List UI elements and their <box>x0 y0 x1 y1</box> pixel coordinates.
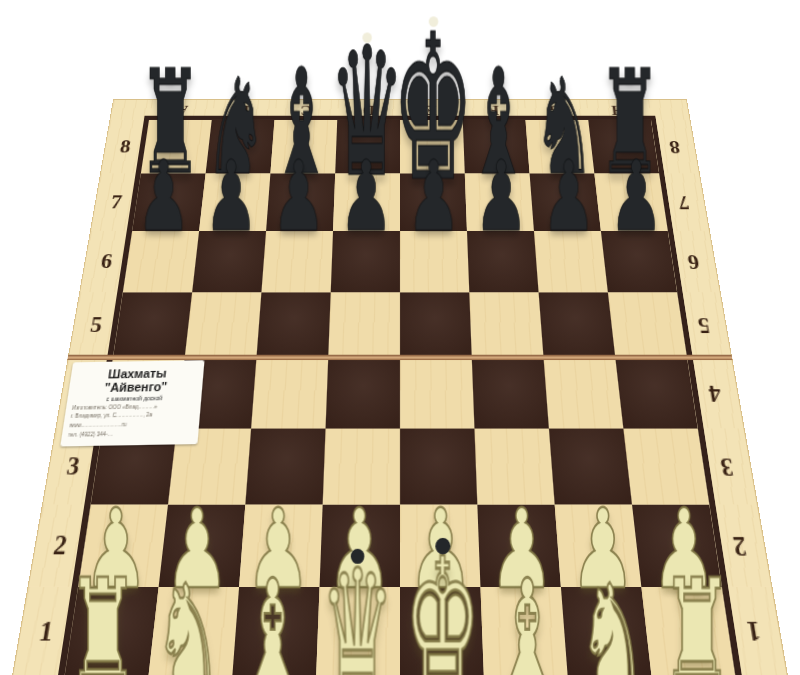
coordinate-label: 8 <box>668 136 682 156</box>
square-f5[interactable] <box>469 292 543 358</box>
piece-glyph: ♟ <box>136 148 191 246</box>
black-pawn-h7[interactable]: ♟ <box>609 184 664 245</box>
coordinate-label: 4 <box>707 380 723 406</box>
black-pawn-f7[interactable]: ♟ <box>474 184 529 245</box>
finial-tip <box>428 16 438 27</box>
finial-tip <box>435 538 450 554</box>
sticker-fine-print-line: тел. (4922) 344-… <box>67 430 192 440</box>
piece-glyph: ♟ <box>541 148 596 246</box>
piece-glyph: ♟ <box>474 148 529 246</box>
coordinate-label: 1 <box>744 614 763 647</box>
square-b5[interactable] <box>185 292 262 358</box>
piece-glyph: ♟ <box>609 148 664 246</box>
square-d4[interactable] <box>326 358 400 429</box>
square-c4[interactable] <box>251 358 328 429</box>
piece-glyph: ♝ <box>494 563 560 675</box>
white-bishop-c1[interactable]: ♝ <box>240 629 306 675</box>
sticker-fine-print-line: г. Владимир, ул. С……………, 2а <box>70 411 194 420</box>
piece-glyph: ♟ <box>406 148 461 246</box>
coordinate-label: 8 <box>119 136 133 156</box>
piece-glyph: ♚ <box>404 536 480 675</box>
coordinate-label: 6 <box>99 250 114 273</box>
piece-glyph: ♞ <box>578 568 647 675</box>
sticker-title: Шахматы "Айвенго" <box>74 366 198 395</box>
square-h4[interactable] <box>615 358 697 429</box>
board-perspective-wrap: Шахматы "Айвенго" с шахматной доской Изг… <box>0 100 800 675</box>
piece-glyph: ♟ <box>271 148 326 246</box>
square-e4[interactable] <box>400 358 474 429</box>
coordinate-label: 7 <box>109 191 123 212</box>
black-pawn-e7[interactable]: ♟ <box>406 184 461 245</box>
sticker-fine-print-line: www.………………….ru <box>69 421 194 431</box>
piece-glyph: ♝ <box>240 563 306 675</box>
white-king-e1[interactable]: ♚ <box>404 626 480 675</box>
photo-scene: Шахматы "Айвенго" с шахматной доской Изг… <box>0 0 800 675</box>
square-g5[interactable] <box>539 292 616 358</box>
coordinate-label: 1 <box>37 614 56 647</box>
white-rook-a1[interactable]: ♜ <box>66 621 140 675</box>
square-e1[interactable]: ♚ <box>400 587 484 675</box>
rank-label-right-4: 4 <box>687 358 743 429</box>
piece-glyph: ♛ <box>321 547 395 675</box>
piece-glyph: ♜ <box>66 560 140 675</box>
square-d1[interactable]: ♛ <box>316 587 400 675</box>
coordinate-label: 6 <box>686 250 701 273</box>
finial-tip <box>351 549 365 564</box>
black-pawn-a7[interactable]: ♟ <box>136 184 191 245</box>
piece-glyph: ♞ <box>154 568 223 675</box>
coordinate-label: 5 <box>696 312 711 336</box>
square-h5[interactable] <box>608 292 687 358</box>
square-a5[interactable] <box>113 292 192 358</box>
piece-glyph: ♟ <box>339 148 394 246</box>
square-e5[interactable] <box>400 292 472 358</box>
piece-glyph: ♜ <box>660 560 734 675</box>
coordinate-label: 7 <box>677 191 691 212</box>
square-e7[interactable]: ♟ <box>400 174 467 231</box>
square-f4[interactable] <box>472 358 549 429</box>
rank-label-right-7: 7 <box>659 174 709 231</box>
coordinate-label: 3 <box>65 452 82 480</box>
rank-label-right-5: 5 <box>677 292 731 358</box>
rank-label-left-7: 7 <box>91 174 141 231</box>
coordinate-label: 3 <box>718 452 735 480</box>
coordinate-label: 5 <box>89 312 104 336</box>
sticker-subtitle: с шахматной доской <box>73 394 196 403</box>
black-pawn-g7[interactable]: ♟ <box>541 184 596 245</box>
black-pawn-b7[interactable]: ♟ <box>204 184 259 245</box>
maker-sticker: Шахматы "Айвенго" с шахматной доской Изг… <box>60 360 204 446</box>
square-f1[interactable]: ♝ <box>480 587 567 675</box>
black-pawn-d7[interactable]: ♟ <box>339 184 394 245</box>
square-g4[interactable] <box>544 358 624 429</box>
square-c5[interactable] <box>256 292 330 358</box>
white-queen-d1[interactable]: ♛ <box>321 626 395 675</box>
finial-tip <box>362 32 372 43</box>
white-knight-b1[interactable]: ♞ <box>154 625 223 675</box>
rank-label-right-6: 6 <box>668 231 720 292</box>
white-knight-g1[interactable]: ♞ <box>578 625 647 675</box>
black-pawn-c7[interactable]: ♟ <box>271 184 326 245</box>
square-d7[interactable]: ♟ <box>333 174 400 231</box>
piece-glyph: ♟ <box>204 148 259 246</box>
square-d5[interactable] <box>328 292 400 358</box>
square-c7[interactable]: ♟ <box>266 174 335 231</box>
white-bishop-f1[interactable]: ♝ <box>494 629 560 675</box>
board-hinge-seam <box>67 355 732 360</box>
chess-board: Шахматы "Айвенго" с шахматной доской Изг… <box>0 100 800 675</box>
square-f7[interactable]: ♟ <box>465 174 534 231</box>
white-rook-h1[interactable]: ♜ <box>660 621 734 675</box>
